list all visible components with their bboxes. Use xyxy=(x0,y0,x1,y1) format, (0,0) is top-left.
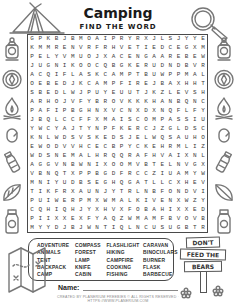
grid-cell: E xyxy=(109,89,117,98)
grid-cell: C xyxy=(166,178,174,187)
grid-cell: T xyxy=(61,169,69,178)
grid-cell: E xyxy=(142,80,150,89)
grid-cell: O xyxy=(85,53,93,62)
grid-cell: B xyxy=(183,223,191,232)
grid-cell: I xyxy=(52,205,60,214)
grid-cell: V xyxy=(158,151,166,160)
bottle-icon xyxy=(0,150,24,175)
grid-cell: J xyxy=(28,62,36,71)
worksheet-page: Camping FIND THE WORD GPKBJBMOAIPRYRXJLS… xyxy=(0,0,236,305)
grid-cell: E xyxy=(69,214,77,223)
grid-cell: U xyxy=(183,133,191,142)
name-row: Name: xyxy=(58,282,178,291)
grid-cell: Z xyxy=(199,142,207,151)
grid-cell: P xyxy=(61,107,69,116)
grid-cell: X xyxy=(134,107,142,116)
grid-cell: C xyxy=(93,62,101,71)
grid-cell: K xyxy=(126,62,134,71)
grid-cell: A xyxy=(109,71,117,80)
grid-cell: J xyxy=(61,35,69,44)
grid-cell: A xyxy=(134,151,142,160)
grid-cell: D xyxy=(61,133,69,142)
grid-cell: B xyxy=(158,80,166,89)
carabiner-icon xyxy=(4,127,20,144)
grid-cell: S xyxy=(166,133,174,142)
grid-cell: L xyxy=(166,160,174,169)
grid-cell: W xyxy=(158,71,166,80)
grid-cell: R xyxy=(36,98,44,107)
grid-cell: M xyxy=(134,214,142,223)
grid-cell: R xyxy=(126,151,134,160)
grid-cell: L xyxy=(199,151,207,160)
grid-cell: X xyxy=(174,178,182,187)
grid-cell: J xyxy=(150,80,158,89)
word-list-item: FLASHLIGHT xyxy=(106,242,143,249)
grid-cell: D xyxy=(36,151,44,160)
grid-cell: S xyxy=(28,89,36,98)
grid-cell: I xyxy=(36,214,44,223)
grid-cell: V xyxy=(77,44,85,53)
dont-feed-bears-sign: DON'T FEED THE BEARS xyxy=(176,237,230,301)
grid-cell: S xyxy=(191,125,199,134)
grid-cell: A xyxy=(166,80,174,89)
grid-cell: W xyxy=(150,133,158,142)
grid-cell: Y xyxy=(28,125,36,134)
grid-cell: I xyxy=(44,196,52,205)
grid-cell: U xyxy=(166,169,174,178)
grid-cell: E xyxy=(174,89,182,98)
grid-cell: C xyxy=(36,71,44,80)
grid-cell: K xyxy=(44,35,52,44)
grid-cell: N xyxy=(191,151,199,160)
word-list-column: FLASHLIGHTHIKINGCAMPFIRECOOKINGFISHING xyxy=(106,242,143,278)
word-list-column: COMPASSFORESTLAMPKNIFECABIN xyxy=(75,242,106,278)
grid-cell: R xyxy=(85,44,93,53)
grid-cell: V xyxy=(134,160,142,169)
grid-cell: O xyxy=(199,133,207,142)
grid-cell: C xyxy=(142,125,150,134)
grid-cell: C xyxy=(85,142,93,151)
grid-cell: S xyxy=(85,71,93,80)
grid-cell: I xyxy=(158,169,166,178)
grid-cell: A xyxy=(191,71,199,80)
grid-cell: D xyxy=(158,44,166,53)
grid-cell: T xyxy=(28,187,36,196)
grid-cell: A xyxy=(158,53,166,62)
grid-cell: B xyxy=(150,187,158,196)
grid-cell: F xyxy=(126,205,134,214)
grid-cell: N xyxy=(166,62,174,71)
grid-cell: U xyxy=(199,116,207,125)
grid-cell: B xyxy=(69,107,77,116)
grid-cell: C xyxy=(118,107,126,116)
grid-cell: F xyxy=(142,151,150,160)
grid-cell: D xyxy=(52,223,60,232)
grid-cell: Y xyxy=(85,205,93,214)
grid-cell: A xyxy=(150,53,158,62)
grid-cell: G xyxy=(166,125,174,134)
grid-cell: V xyxy=(28,169,36,178)
grid-cell: C xyxy=(166,44,174,53)
grid-cell: X xyxy=(142,35,150,44)
grid-cell: O xyxy=(118,160,126,169)
grid-cell: G xyxy=(44,160,52,169)
campfire-icon xyxy=(213,96,235,120)
grid-cell: L xyxy=(134,187,142,196)
grid-cell: Z xyxy=(158,89,166,98)
grid-cell: E xyxy=(150,44,158,53)
page-title: Camping xyxy=(63,5,173,21)
grid-cell: X xyxy=(93,116,101,125)
grid-cell: A xyxy=(77,151,85,160)
grid-cell: S xyxy=(69,133,77,142)
grid-cell: M xyxy=(69,53,77,62)
grid-cell: R xyxy=(101,98,109,107)
grid-cell: C xyxy=(134,142,142,151)
grid-cell: R xyxy=(134,80,142,89)
grid-cell: B xyxy=(142,160,150,169)
grid-cell: U xyxy=(150,71,158,80)
grid-cell: U xyxy=(93,89,101,98)
grid-cell: V xyxy=(69,98,77,107)
grid-cell: B xyxy=(174,98,182,107)
grid-cell: T xyxy=(191,223,199,232)
grid-cell: C xyxy=(199,98,207,107)
grid-cell: W xyxy=(36,125,44,134)
grid-cell: B xyxy=(183,62,191,71)
grid-cell: P xyxy=(158,116,166,125)
grid-cell: S xyxy=(85,178,93,187)
grid-cell: X xyxy=(69,187,77,196)
grid-cell: H xyxy=(199,89,207,98)
grid-cell: R xyxy=(126,169,134,178)
grid-cell: L xyxy=(85,151,93,160)
grid-cell: M xyxy=(28,178,36,187)
grid-cell: J xyxy=(142,89,150,98)
grid-cell: B xyxy=(109,142,117,151)
grid-cell: L xyxy=(69,71,77,80)
grid-cell: W xyxy=(36,142,44,151)
grid-cell: A xyxy=(36,107,44,116)
grid-cell: Q xyxy=(118,223,126,232)
grid-cell: G xyxy=(101,169,109,178)
grid-cell: X xyxy=(101,107,109,116)
grid-cell: U xyxy=(150,223,158,232)
grid-cell: Y xyxy=(52,53,60,62)
grid-cell: Y xyxy=(191,169,199,178)
grid-cell: K xyxy=(142,142,150,151)
grid-cell: U xyxy=(166,223,174,232)
grid-cell: H xyxy=(191,133,199,142)
grid-cell: B xyxy=(93,98,101,107)
grid-cell: W xyxy=(101,196,109,205)
grid-cell: A xyxy=(166,151,174,160)
grid-cell: V xyxy=(118,98,126,107)
grid-cell: X xyxy=(52,214,60,223)
grid-cell: A xyxy=(28,98,36,107)
grid-cell: B xyxy=(77,178,85,187)
grid-cell: O xyxy=(142,116,150,125)
grid-cell: D xyxy=(142,107,150,116)
grid-cell: L xyxy=(142,133,150,142)
grid-cell: J xyxy=(69,80,77,89)
grid-cell: T xyxy=(150,160,158,169)
grid-cell: O xyxy=(109,98,117,107)
grid-cell: D xyxy=(174,62,182,71)
grid-cell: X xyxy=(93,205,101,214)
grid-cell: Q xyxy=(109,214,117,223)
grid-cell: K xyxy=(28,44,36,53)
grid-cell: M xyxy=(36,44,44,53)
grid-cell: N xyxy=(69,44,77,53)
grid-cell: I xyxy=(44,178,52,187)
grid-cell: K xyxy=(134,98,142,107)
sign-post xyxy=(200,271,207,293)
grid-cell: T xyxy=(101,223,109,232)
grid-cell: Q xyxy=(109,151,117,160)
grid-cell: M xyxy=(69,151,77,160)
grid-cell: C xyxy=(85,80,93,89)
grid-cell: Y xyxy=(52,178,60,187)
grid-cell: N xyxy=(93,125,101,134)
grid-cell: F xyxy=(158,214,166,223)
grid-cell: J xyxy=(150,35,158,44)
grid-cell: B xyxy=(69,223,77,232)
grid-cell: I xyxy=(142,44,150,53)
grid-cell: P xyxy=(28,53,36,62)
grid-cell: H xyxy=(101,205,109,214)
sign-plank: DON'T xyxy=(186,236,220,248)
grid-cell: I xyxy=(93,160,101,169)
grid-cell: O xyxy=(85,35,93,44)
grid-cell: X xyxy=(118,205,126,214)
carabiner-icon xyxy=(216,127,232,144)
grid-cell: T xyxy=(134,71,142,80)
grid-cell: C xyxy=(69,116,77,125)
right-decoration-column xyxy=(212,37,236,235)
grid-cell: X xyxy=(61,214,69,223)
grid-cell: S xyxy=(118,133,126,142)
grid-cell: E xyxy=(126,44,134,53)
grid-cell: A xyxy=(174,169,182,178)
grid-cell: N xyxy=(85,160,93,169)
grid-cell: V xyxy=(109,205,117,214)
grid-cell: Y xyxy=(199,196,207,205)
grid-cell: E xyxy=(191,178,199,187)
grid-cell: F xyxy=(44,107,52,116)
grid-cell: M xyxy=(174,142,182,151)
grid-cell: Q xyxy=(44,116,52,125)
grid-cell: Y xyxy=(44,223,52,232)
grid-cell: W xyxy=(183,196,191,205)
grid-cell: U xyxy=(36,196,44,205)
grid-cell: A xyxy=(174,133,182,142)
grid-cell: Y xyxy=(183,35,191,44)
grid-cell: E xyxy=(199,35,207,44)
compass-icon xyxy=(214,69,234,90)
grid-cell: Y xyxy=(85,125,93,134)
grid-cell: H xyxy=(93,151,101,160)
grid-cell: F xyxy=(77,116,85,125)
grid-cell: W xyxy=(52,133,60,142)
grid-cell: W xyxy=(52,196,60,205)
grid-cell: R xyxy=(199,223,207,232)
grid-cell: R xyxy=(101,44,109,53)
grid-cell: R xyxy=(101,151,109,160)
grid-cell: H xyxy=(150,151,158,160)
grid-cell: N xyxy=(36,178,44,187)
grid-cell: N xyxy=(93,223,101,232)
word-list-item: COMPASS xyxy=(75,242,106,249)
grid-cell: R xyxy=(69,196,77,205)
grid-cell: A xyxy=(61,125,69,134)
grid-cell: O xyxy=(52,98,60,107)
grid-cell: G xyxy=(191,160,199,169)
grid-cell: E xyxy=(191,205,199,214)
grid-cell: S xyxy=(191,89,199,98)
grid-cell: N xyxy=(52,62,60,71)
grid-cell: P xyxy=(28,214,36,223)
grid-cell: E xyxy=(28,142,36,151)
grid-cell: O xyxy=(183,214,191,223)
grid-cell: N xyxy=(36,133,44,142)
grid-cell: X xyxy=(77,214,85,223)
grid-cell: H xyxy=(109,44,117,53)
word-list-item: FLASK xyxy=(143,264,168,271)
grid-cell: H xyxy=(44,98,52,107)
grid-cell: F xyxy=(191,107,199,116)
grid-cell: Q xyxy=(158,133,166,142)
grid-cell: N xyxy=(61,160,69,169)
grid-cell: V xyxy=(77,133,85,142)
grid-cell: A xyxy=(134,178,142,187)
grid-cell: J xyxy=(77,89,85,98)
grid-cell: W xyxy=(69,89,77,98)
grid-cell: G xyxy=(126,178,134,187)
grid-cell: R xyxy=(52,44,60,53)
grid-cell: L xyxy=(126,196,134,205)
grid-cell: N xyxy=(191,98,199,107)
grid-cell: N xyxy=(174,187,182,196)
word-list-item: FOREST xyxy=(75,249,106,256)
grid-cell: K xyxy=(142,98,150,107)
grid-cell: S xyxy=(126,116,134,125)
grid-cell: D xyxy=(109,169,117,178)
grid-cell: A xyxy=(109,53,117,62)
grid-cell: L xyxy=(174,125,182,134)
grid-cell: F xyxy=(109,125,117,134)
lantern-icon xyxy=(2,37,22,62)
grid-cell: H xyxy=(158,142,166,151)
word-list-item: CABIN xyxy=(75,271,106,278)
compass-icon xyxy=(2,69,22,90)
grid-cell: B xyxy=(142,71,150,80)
grid-cell: R xyxy=(166,53,174,62)
grid-cell: U xyxy=(118,89,126,98)
grid-cell: T xyxy=(134,89,142,98)
grid-cell: U xyxy=(126,89,134,98)
grid-cell: G xyxy=(183,44,191,53)
grid-cell: H xyxy=(69,205,77,214)
grid-cell: M xyxy=(199,44,207,53)
grid-cell: Z xyxy=(191,196,199,205)
grid-cell: F xyxy=(77,98,85,107)
grid-cell: K xyxy=(28,133,36,142)
grid-cell: N xyxy=(93,187,101,196)
grid-cell: E xyxy=(61,196,69,205)
grid-cell: L xyxy=(199,71,207,80)
grid-cell: L xyxy=(44,133,52,142)
grid-cell: K xyxy=(118,125,126,134)
grid-cell: U xyxy=(85,187,93,196)
grid-cell: F xyxy=(52,187,60,196)
grid-cell: S xyxy=(183,116,191,125)
grid-cell: H xyxy=(183,80,191,89)
grid-cell: B xyxy=(36,89,44,98)
word-list-item: LAMP xyxy=(75,257,106,264)
grid-cell: F xyxy=(158,187,166,196)
grid-cell: V xyxy=(118,44,126,53)
grid-cell: Y xyxy=(52,125,60,134)
sign-plank: FEED THE xyxy=(180,248,226,260)
grid-cell: L xyxy=(166,89,174,98)
grid-cell: A xyxy=(158,98,166,107)
grid-cell: D xyxy=(199,205,207,214)
grid-cell: E xyxy=(134,133,142,142)
grid-cell: J xyxy=(77,205,85,214)
word-list-item: CARAVAN xyxy=(143,242,168,249)
grid-cell: Z xyxy=(158,125,166,134)
grid-cell: B xyxy=(69,35,77,44)
grid-cell: N xyxy=(134,223,142,232)
grid-cell: V xyxy=(183,89,191,98)
grid-cell: V xyxy=(191,187,199,196)
grid-cell: E xyxy=(126,125,134,134)
grid-cell: F xyxy=(93,44,101,53)
grid-cell: X xyxy=(93,196,101,205)
grid-cell: P xyxy=(28,107,36,116)
grid-cell: D xyxy=(69,178,77,187)
grid-cell: G xyxy=(101,178,109,187)
name-line xyxy=(83,282,178,291)
grid-cell: I xyxy=(44,214,52,223)
grid-cell: V xyxy=(69,142,77,151)
grid-cell: M xyxy=(101,116,109,125)
grid-cell: M xyxy=(44,44,52,53)
grid-cell: C xyxy=(134,116,142,125)
grid-cell: G xyxy=(174,223,182,232)
grid-cell: V xyxy=(191,62,199,71)
grid-cell: U xyxy=(150,62,158,71)
grid-cell: V xyxy=(199,178,207,187)
grid-cell: J xyxy=(77,223,85,232)
grid-cell: N xyxy=(44,169,52,178)
grid-cell: I xyxy=(109,223,117,232)
grid-cell: R xyxy=(199,62,207,71)
grid-cell: G xyxy=(28,35,36,44)
grid-cell: E xyxy=(36,80,44,89)
grid-cell: K xyxy=(77,80,85,89)
grid-cell: K xyxy=(126,98,134,107)
grid-cell: M xyxy=(85,196,93,205)
grid-cell: U xyxy=(61,178,69,187)
grid-cell: L xyxy=(158,35,166,44)
grid-cell: N xyxy=(142,187,150,196)
grid-cell: A xyxy=(109,116,117,125)
grid-cell: F xyxy=(61,71,69,80)
grid-cell: R xyxy=(166,142,174,151)
grid-cell: Y xyxy=(199,107,207,116)
